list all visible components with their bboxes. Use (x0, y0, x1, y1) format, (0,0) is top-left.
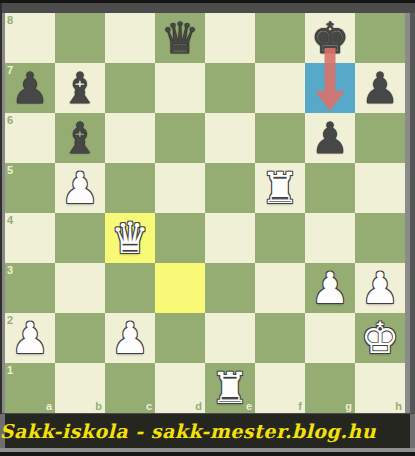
frame-right-bevel (405, 13, 415, 413)
square-b2[interactable] (55, 313, 105, 363)
board-area: 8♛♚7♟♝♟6♝♟5♟♜4♛3♟♟2♟♟♚1abcde♜fgh (5, 13, 405, 413)
square-g7[interactable] (305, 63, 355, 113)
white-pawn-piece[interactable]: ♟ (5, 313, 55, 363)
square-b5[interactable]: ♟ (55, 163, 105, 213)
square-f4[interactable] (255, 213, 305, 263)
square-f1[interactable]: f (255, 363, 305, 413)
square-g8[interactable]: ♚ (305, 13, 355, 63)
square-a3[interactable]: 3 (5, 263, 55, 313)
file-label-b: b (95, 400, 102, 412)
square-h7[interactable]: ♟ (355, 63, 405, 113)
square-d8[interactable]: ♛ (155, 13, 205, 63)
white-pawn-piece[interactable]: ♟ (305, 263, 355, 313)
black-pawn-piece[interactable]: ♟ (5, 63, 55, 113)
white-rook-piece[interactable]: ♜ (205, 363, 255, 413)
white-king-piece[interactable]: ♚ (355, 313, 405, 363)
square-b7[interactable]: ♝ (55, 63, 105, 113)
square-h4[interactable] (355, 213, 405, 263)
square-f3[interactable] (255, 263, 305, 313)
white-pawn-piece[interactable]: ♟ (55, 163, 105, 213)
square-f6[interactable] (255, 113, 305, 163)
square-d6[interactable] (155, 113, 205, 163)
square-c8[interactable] (105, 13, 155, 63)
file-label-h: h (395, 400, 402, 412)
square-e5[interactable] (205, 163, 255, 213)
square-g2[interactable] (305, 313, 355, 363)
square-c1[interactable]: c (105, 363, 155, 413)
white-queen-piece[interactable]: ♛ (105, 213, 155, 263)
black-queen-piece[interactable]: ♛ (155, 13, 205, 63)
square-a6[interactable]: 6 (5, 113, 55, 163)
square-h3[interactable]: ♟ (355, 263, 405, 313)
square-c2[interactable]: ♟ (105, 313, 155, 363)
banner: BaSa Sakk-iskola - sakk-mester.blog.hu (5, 414, 410, 448)
square-a7[interactable]: 7♟ (5, 63, 55, 113)
rank-label-3: 3 (7, 264, 13, 276)
square-a2[interactable]: 2♟ (5, 313, 55, 363)
square-g3[interactable]: ♟ (305, 263, 355, 313)
rank-label-4: 4 (7, 214, 13, 226)
square-b4[interactable] (55, 213, 105, 263)
square-h8[interactable] (355, 13, 405, 63)
banner-tagline: Sakk-iskola - sakk-mester.blog.hu (0, 420, 376, 442)
square-b3[interactable] (55, 263, 105, 313)
square-d2[interactable] (155, 313, 205, 363)
square-e6[interactable] (205, 113, 255, 163)
square-c3[interactable] (105, 263, 155, 313)
square-c5[interactable] (105, 163, 155, 213)
square-c4[interactable]: ♛ (105, 213, 155, 263)
board: 8♛♚7♟♝♟6♝♟5♟♜4♛3♟♟2♟♟♚1abcde♜fgh (5, 13, 405, 413)
black-bishop-piece[interactable]: ♝ (55, 63, 105, 113)
square-c7[interactable] (105, 63, 155, 113)
square-h5[interactable] (355, 163, 405, 213)
square-e2[interactable] (205, 313, 255, 363)
square-a8[interactable]: 8 (5, 13, 55, 63)
square-b6[interactable]: ♝ (55, 113, 105, 163)
black-bishop-piece[interactable]: ♝ (55, 113, 105, 163)
square-g6[interactable]: ♟ (305, 113, 355, 163)
square-f5[interactable]: ♜ (255, 163, 305, 213)
file-label-c: c (146, 400, 152, 412)
square-f2[interactable] (255, 313, 305, 363)
black-pawn-piece[interactable]: ♟ (355, 63, 405, 113)
square-g5[interactable] (305, 163, 355, 213)
file-label-a: a (46, 400, 52, 412)
white-rook-piece[interactable]: ♜ (255, 163, 305, 213)
frame-top-edge (0, 0, 415, 3)
square-d7[interactable] (155, 63, 205, 113)
square-g1[interactable]: g (305, 363, 355, 413)
frame-bottom-edge (0, 452, 415, 456)
black-king-piece[interactable]: ♚ (305, 13, 355, 63)
white-pawn-piece[interactable]: ♟ (105, 313, 155, 363)
square-d4[interactable] (155, 213, 205, 263)
square-e7[interactable] (205, 63, 255, 113)
banner-row: BaSa Sakk-iskola - sakk-mester.blog.hu (0, 414, 415, 448)
square-e3[interactable] (205, 263, 255, 313)
square-d1[interactable]: d (155, 363, 205, 413)
file-label-g: g (345, 400, 352, 412)
square-h6[interactable] (355, 113, 405, 163)
square-a4[interactable]: 4 (5, 213, 55, 263)
square-c6[interactable] (105, 113, 155, 163)
square-a1[interactable]: 1a (5, 363, 55, 413)
rank-label-8: 8 (7, 14, 13, 26)
square-f7[interactable] (255, 63, 305, 113)
rank-label-5: 5 (7, 164, 13, 176)
square-d5[interactable] (155, 163, 205, 213)
square-e8[interactable] (205, 13, 255, 63)
file-label-d: d (195, 400, 202, 412)
file-label-f: f (298, 400, 302, 412)
square-h2[interactable]: ♚ (355, 313, 405, 363)
square-b1[interactable]: b (55, 363, 105, 413)
white-pawn-piece[interactable]: ♟ (355, 263, 405, 313)
square-e1[interactable]: e♜ (205, 363, 255, 413)
square-d3[interactable] (155, 263, 205, 313)
rank-label-1: 1 (7, 364, 13, 376)
square-f8[interactable] (255, 13, 305, 63)
black-pawn-piece[interactable]: ♟ (305, 113, 355, 163)
square-a5[interactable]: 5 (5, 163, 55, 213)
square-b8[interactable] (55, 13, 105, 63)
square-h1[interactable]: h (355, 363, 405, 413)
square-e4[interactable] (205, 213, 255, 263)
chess-diagram: 8♛♚7♟♝♟6♝♟5♟♜4♛3♟♟2♟♟♚1abcde♜fgh BaSa Sa… (0, 0, 415, 456)
rank-label-6: 6 (7, 114, 13, 126)
square-g4[interactable] (305, 213, 355, 263)
